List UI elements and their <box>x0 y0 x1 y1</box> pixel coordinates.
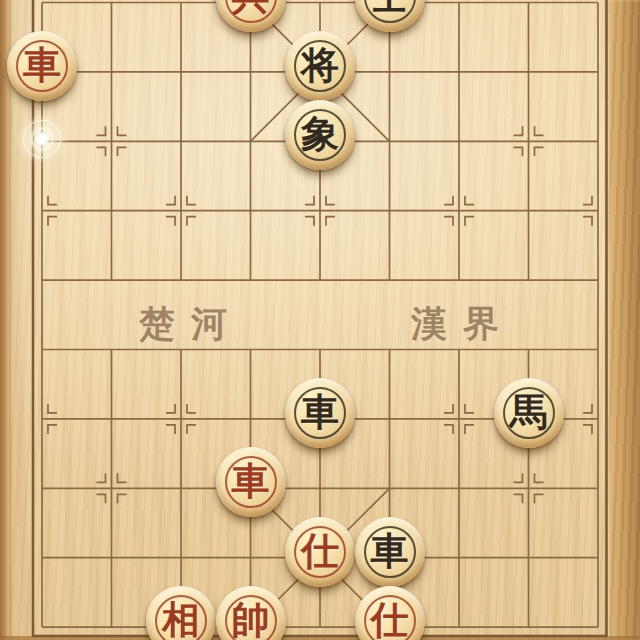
xiangqi-app: 楚河 漢界 兵士車将象車馬車仕車相帥仕 <box>0 0 640 640</box>
piece-black-chariot[interactable]: 車 <box>355 517 425 587</box>
piece-red-elephant[interactable]: 相 <box>146 586 216 640</box>
piece-red-chariot[interactable]: 車 <box>7 31 77 101</box>
piece-red-general[interactable]: 帥 <box>216 586 286 640</box>
piece-glyph: 仕 <box>371 601 409 639</box>
piece-glyph: 象 <box>301 115 339 153</box>
piece-red-advisor[interactable]: 仕 <box>285 517 355 587</box>
piece-red-advisor[interactable]: 仕 <box>355 586 425 640</box>
piece-black-general[interactable]: 将 <box>285 31 355 101</box>
piece-black-chariot[interactable]: 車 <box>285 378 355 448</box>
piece-black-elephant[interactable]: 象 <box>285 100 355 170</box>
piece-glyph: 車 <box>301 393 339 431</box>
piece-glyph: 馬 <box>510 393 548 431</box>
piece-black-horse[interactable]: 馬 <box>494 378 564 448</box>
piece-red-soldier[interactable]: 兵 <box>216 0 286 32</box>
piece-glyph: 士 <box>371 0 409 15</box>
piece-glyph: 将 <box>301 46 339 84</box>
piece-glyph: 車 <box>371 532 409 570</box>
piece-glyph: 帥 <box>232 601 270 639</box>
piece-black-advisor[interactable]: 士 <box>355 0 425 32</box>
piece-glyph: 兵 <box>232 0 270 15</box>
last-move-indicator <box>20 117 64 161</box>
piece-red-chariot[interactable]: 車 <box>216 447 286 517</box>
piece-glyph: 車 <box>232 462 270 500</box>
piece-glyph: 仕 <box>301 532 339 570</box>
piece-glyph: 車 <box>23 46 61 84</box>
xiangqi-board[interactable]: 兵士車将象車馬車仕車相帥仕 <box>0 0 640 640</box>
piece-glyph: 相 <box>162 601 200 639</box>
